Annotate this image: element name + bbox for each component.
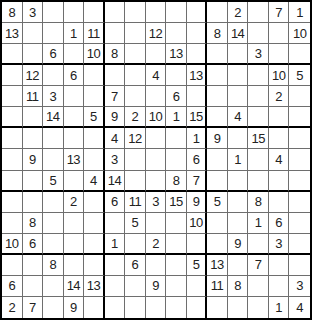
cell-r15c4[interactable]: 9 — [64, 297, 85, 318]
cell-r10c2[interactable] — [23, 192, 44, 213]
cell-r7c2[interactable] — [23, 128, 44, 149]
cell-r7c1[interactable] — [2, 128, 23, 149]
cell-r5c14[interactable]: 2 — [269, 86, 290, 107]
cell-r6c1[interactable] — [2, 107, 23, 128]
cell-r10c6[interactable]: 6 — [105, 192, 126, 213]
cell-r13c10[interactable]: 5 — [187, 255, 208, 276]
cell-r7c13[interactable]: 15 — [248, 128, 269, 149]
cell-r10c12[interactable] — [228, 192, 249, 213]
cell-r12c3[interactable] — [43, 234, 64, 255]
cell-r4c9[interactable] — [166, 65, 187, 86]
cell-r6c2[interactable] — [23, 107, 44, 128]
cell-r7c4[interactable] — [64, 128, 85, 149]
cell-r11c11[interactable] — [207, 213, 228, 234]
cell-r12c15[interactable] — [289, 234, 310, 255]
cell-r7c5[interactable] — [84, 128, 105, 149]
cell-r1c4[interactable] — [64, 2, 85, 23]
cell-r7c8[interactable] — [146, 128, 167, 149]
cell-r2c5[interactable]: 11 — [84, 23, 105, 44]
cell-r10c4[interactable]: 2 — [64, 192, 85, 213]
cell-r2c14[interactable] — [269, 23, 290, 44]
cell-r13c5[interactable] — [84, 255, 105, 276]
cell-r3c2[interactable] — [23, 44, 44, 65]
cell-r14c9[interactable] — [166, 276, 187, 297]
cell-r8c6[interactable]: 3 — [105, 149, 126, 170]
cell-r13c2[interactable] — [23, 255, 44, 276]
cell-r9c14[interactable] — [269, 171, 290, 192]
cell-r3c13[interactable]: 3 — [248, 44, 269, 65]
cell-r11c4[interactable] — [64, 213, 85, 234]
cell-r5c10[interactable] — [187, 86, 208, 107]
cell-r11c7[interactable]: 5 — [125, 213, 146, 234]
cell-r9c5[interactable]: 4 — [84, 171, 105, 192]
cell-r9c13[interactable] — [248, 171, 269, 192]
cell-r12c11[interactable] — [207, 234, 228, 255]
cell-r4c11[interactable] — [207, 65, 228, 86]
cell-r11c2[interactable]: 8 — [23, 213, 44, 234]
cell-r1c7[interactable] — [125, 2, 146, 23]
cell-r8c8[interactable] — [146, 149, 167, 170]
cell-r15c15[interactable]: 4 — [289, 297, 310, 318]
cell-r7c11[interactable]: 9 — [207, 128, 228, 149]
sudoku-board: 8327113111128141061081331264131051137621… — [0, 0, 312, 320]
cell-r2c15[interactable]: 10 — [289, 23, 310, 44]
cell-r6c3[interactable]: 14 — [43, 107, 64, 128]
cell-r3c9[interactable]: 13 — [166, 44, 187, 65]
cell-r8c5[interactable] — [84, 149, 105, 170]
cell-r14c12[interactable]: 8 — [228, 276, 249, 297]
cell-r14c11[interactable]: 11 — [207, 276, 228, 297]
cell-r5c1[interactable] — [2, 86, 23, 107]
cell-r1c1[interactable]: 8 — [2, 2, 23, 23]
cell-r1c9[interactable] — [166, 2, 187, 23]
cell-r14c6[interactable] — [105, 276, 126, 297]
cell-r3c7[interactable] — [125, 44, 146, 65]
cell-r6c15[interactable] — [289, 107, 310, 128]
cell-r13c15[interactable] — [289, 255, 310, 276]
cell-r8c14[interactable]: 4 — [269, 149, 290, 170]
cell-r15c5[interactable] — [84, 297, 105, 318]
cell-r12c13[interactable] — [248, 234, 269, 255]
cell-r11c3[interactable] — [43, 213, 64, 234]
cell-r10c15[interactable] — [289, 192, 310, 213]
cell-r15c10[interactable] — [187, 297, 208, 318]
cell-r4c2[interactable]: 12 — [23, 65, 44, 86]
cell-r11c5[interactable] — [84, 213, 105, 234]
cell-r11c13[interactable]: 1 — [248, 213, 269, 234]
cell-r11c9[interactable] — [166, 213, 187, 234]
cell-r8c13[interactable] — [248, 149, 269, 170]
cell-r13c6[interactable] — [105, 255, 126, 276]
cell-r4c3[interactable] — [43, 65, 64, 86]
cell-r4c14[interactable]: 10 — [269, 65, 290, 86]
cell-r2c2[interactable] — [23, 23, 44, 44]
cell-r12c12[interactable]: 9 — [228, 234, 249, 255]
cell-r12c9[interactable] — [166, 234, 187, 255]
cell-r14c4[interactable]: 14 — [64, 276, 85, 297]
cell-r14c5[interactable]: 13 — [84, 276, 105, 297]
cell-r15c9[interactable] — [166, 297, 187, 318]
cell-r3c15[interactable] — [289, 44, 310, 65]
cell-r3c11[interactable] — [207, 44, 228, 65]
cell-r9c8[interactable] — [146, 171, 167, 192]
cell-r4c15[interactable]: 5 — [289, 65, 310, 86]
cell-r10c14[interactable] — [269, 192, 290, 213]
cell-r4c4[interactable]: 6 — [64, 65, 85, 86]
cell-r13c14[interactable] — [269, 255, 290, 276]
cell-r10c7[interactable]: 11 — [125, 192, 146, 213]
cell-r6c5[interactable]: 5 — [84, 107, 105, 128]
cell-r2c3[interactable] — [43, 23, 64, 44]
cell-r1c6[interactable] — [105, 2, 126, 23]
cell-r1c15[interactable]: 1 — [289, 2, 310, 23]
cell-r5c5[interactable] — [84, 86, 105, 107]
cell-r7c9[interactable] — [166, 128, 187, 149]
cell-r13c11[interactable]: 13 — [207, 255, 228, 276]
cell-r4c1[interactable] — [2, 65, 23, 86]
cell-r1c14[interactable]: 7 — [269, 2, 290, 23]
cell-r1c11[interactable] — [207, 2, 228, 23]
cell-r2c1[interactable]: 13 — [2, 23, 23, 44]
cell-r7c7[interactable]: 12 — [125, 128, 146, 149]
cell-r2c9[interactable] — [166, 23, 187, 44]
cell-r10c11[interactable]: 5 — [207, 192, 228, 213]
cell-r1c12[interactable]: 2 — [228, 2, 249, 23]
cell-r14c10[interactable] — [187, 276, 208, 297]
cell-r14c3[interactable] — [43, 276, 64, 297]
cell-r9c10[interactable]: 7 — [187, 171, 208, 192]
cell-r5c3[interactable]: 3 — [43, 86, 64, 107]
cell-r6c7[interactable]: 2 — [125, 107, 146, 128]
cell-r15c12[interactable] — [228, 297, 249, 318]
cell-r2c13[interactable] — [248, 23, 269, 44]
cell-r6c12[interactable]: 4 — [228, 107, 249, 128]
cell-r3c6[interactable]: 8 — [105, 44, 126, 65]
cell-r6c9[interactable]: 1 — [166, 107, 187, 128]
cell-r11c10[interactable]: 10 — [187, 213, 208, 234]
cell-r7c12[interactable] — [228, 128, 249, 149]
cell-r11c1[interactable] — [2, 213, 23, 234]
cell-r10c10[interactable]: 9 — [187, 192, 208, 213]
cell-r4c6[interactable] — [105, 65, 126, 86]
cell-r14c15[interactable]: 3 — [289, 276, 310, 297]
cell-r8c15[interactable] — [289, 149, 310, 170]
cell-r14c8[interactable]: 9 — [146, 276, 167, 297]
cell-r4c5[interactable] — [84, 65, 105, 86]
cell-r8c2[interactable]: 9 — [23, 149, 44, 170]
cell-r11c14[interactable]: 6 — [269, 213, 290, 234]
cell-r10c3[interactable] — [43, 192, 64, 213]
cell-r10c13[interactable]: 8 — [248, 192, 269, 213]
cell-r2c12[interactable]: 14 — [228, 23, 249, 44]
cell-r1c10[interactable] — [187, 2, 208, 23]
cell-r1c5[interactable] — [84, 2, 105, 23]
cell-r3c1[interactable] — [2, 44, 23, 65]
cell-r2c7[interactable] — [125, 23, 146, 44]
cell-r9c6[interactable]: 14 — [105, 171, 126, 192]
cell-r7c14[interactable] — [269, 128, 290, 149]
cell-r2c8[interactable]: 12 — [146, 23, 167, 44]
cell-r7c6[interactable]: 4 — [105, 128, 126, 149]
cell-r4c8[interactable]: 4 — [146, 65, 167, 86]
cell-r3c10[interactable] — [187, 44, 208, 65]
cell-r13c7[interactable]: 6 — [125, 255, 146, 276]
cell-r14c14[interactable] — [269, 276, 290, 297]
cell-r13c9[interactable] — [166, 255, 187, 276]
cell-r8c7[interactable] — [125, 149, 146, 170]
cell-r12c6[interactable]: 1 — [105, 234, 126, 255]
cell-r9c7[interactable] — [125, 171, 146, 192]
cell-r6c10[interactable]: 15 — [187, 107, 208, 128]
cell-r3c5[interactable]: 10 — [84, 44, 105, 65]
cell-r5c8[interactable] — [146, 86, 167, 107]
cell-r4c10[interactable]: 13 — [187, 65, 208, 86]
cell-r1c13[interactable] — [248, 2, 269, 23]
cell-r5c15[interactable] — [289, 86, 310, 107]
cell-r7c15[interactable] — [289, 128, 310, 149]
cell-r13c12[interactable] — [228, 255, 249, 276]
cell-r14c13[interactable] — [248, 276, 269, 297]
cell-r3c8[interactable] — [146, 44, 167, 65]
cell-r3c4[interactable] — [64, 44, 85, 65]
cell-r12c14[interactable]: 3 — [269, 234, 290, 255]
cell-r6c4[interactable] — [64, 107, 85, 128]
cell-r13c1[interactable] — [2, 255, 23, 276]
cell-r15c6[interactable] — [105, 297, 126, 318]
cell-r11c12[interactable] — [228, 213, 249, 234]
cell-r8c10[interactable]: 6 — [187, 149, 208, 170]
cell-r12c10[interactable] — [187, 234, 208, 255]
cell-r15c3[interactable] — [43, 297, 64, 318]
cell-r3c3[interactable]: 6 — [43, 44, 64, 65]
cell-r9c15[interactable] — [289, 171, 310, 192]
cell-r15c1[interactable]: 2 — [2, 297, 23, 318]
cell-r14c1[interactable]: 6 — [2, 276, 23, 297]
cell-r15c8[interactable] — [146, 297, 167, 318]
cell-r5c2[interactable]: 11 — [23, 86, 44, 107]
cell-r14c7[interactable] — [125, 276, 146, 297]
cell-r12c2[interactable]: 6 — [23, 234, 44, 255]
cell-r13c8[interactable] — [146, 255, 167, 276]
cell-r6c6[interactable]: 9 — [105, 107, 126, 128]
cell-r4c7[interactable] — [125, 65, 146, 86]
cell-r15c14[interactable]: 1 — [269, 297, 290, 318]
cell-r5c7[interactable] — [125, 86, 146, 107]
cell-r8c4[interactable]: 13 — [64, 149, 85, 170]
cell-r2c4[interactable]: 1 — [64, 23, 85, 44]
cell-r6c14[interactable] — [269, 107, 290, 128]
cell-r5c9[interactable]: 6 — [166, 86, 187, 107]
cell-r15c11[interactable] — [207, 297, 228, 318]
cell-r5c12[interactable] — [228, 86, 249, 107]
cell-r3c14[interactable] — [269, 44, 290, 65]
cell-r8c11[interactable] — [207, 149, 228, 170]
cell-r12c7[interactable] — [125, 234, 146, 255]
cell-r11c15[interactable] — [289, 213, 310, 234]
cell-r12c1[interactable]: 10 — [2, 234, 23, 255]
cell-r9c2[interactable] — [23, 171, 44, 192]
cell-r6c13[interactable] — [248, 107, 269, 128]
cell-r15c7[interactable] — [125, 297, 146, 318]
cell-r12c8[interactable]: 2 — [146, 234, 167, 255]
cell-r13c13[interactable]: 7 — [248, 255, 269, 276]
cell-r10c8[interactable]: 3 — [146, 192, 167, 213]
cell-r13c3[interactable]: 8 — [43, 255, 64, 276]
cell-r2c6[interactable] — [105, 23, 126, 44]
cell-r2c11[interactable]: 8 — [207, 23, 228, 44]
cell-r12c4[interactable] — [64, 234, 85, 255]
cell-r9c11[interactable] — [207, 171, 228, 192]
cell-r4c13[interactable] — [248, 65, 269, 86]
cell-r7c3[interactable] — [43, 128, 64, 149]
cell-r10c1[interactable] — [2, 192, 23, 213]
cell-r6c11[interactable] — [207, 107, 228, 128]
cell-r8c3[interactable] — [43, 149, 64, 170]
cell-r6c8[interactable]: 10 — [146, 107, 167, 128]
cell-r9c12[interactable] — [228, 171, 249, 192]
cell-r11c6[interactable] — [105, 213, 126, 234]
cell-r5c11[interactable] — [207, 86, 228, 107]
cell-r8c12[interactable]: 1 — [228, 149, 249, 170]
cell-r10c9[interactable]: 15 — [166, 192, 187, 213]
cell-r8c1[interactable] — [2, 149, 23, 170]
cell-r4c12[interactable] — [228, 65, 249, 86]
cell-r8c9[interactable] — [166, 149, 187, 170]
cell-r1c2[interactable]: 3 — [23, 2, 44, 23]
cell-r15c2[interactable]: 7 — [23, 297, 44, 318]
cell-r1c8[interactable] — [146, 2, 167, 23]
cell-r9c4[interactable] — [64, 171, 85, 192]
cell-r9c9[interactable]: 8 — [166, 171, 187, 192]
cell-r15c13[interactable] — [248, 297, 269, 318]
cell-r13c4[interactable] — [64, 255, 85, 276]
cell-r5c13[interactable] — [248, 86, 269, 107]
cell-r1c3[interactable] — [43, 2, 64, 23]
cell-r9c3[interactable]: 5 — [43, 171, 64, 192]
cell-r11c8[interactable] — [146, 213, 167, 234]
cell-r5c4[interactable] — [64, 86, 85, 107]
cell-r2c10[interactable] — [187, 23, 208, 44]
cell-r5c6[interactable]: 7 — [105, 86, 126, 107]
cell-r12c5[interactable] — [84, 234, 105, 255]
cell-r10c5[interactable] — [84, 192, 105, 213]
cell-r9c1[interactable] — [2, 171, 23, 192]
cell-r14c2[interactable] — [23, 276, 44, 297]
cell-r7c10[interactable]: 1 — [187, 128, 208, 149]
cell-r3c12[interactable] — [228, 44, 249, 65]
